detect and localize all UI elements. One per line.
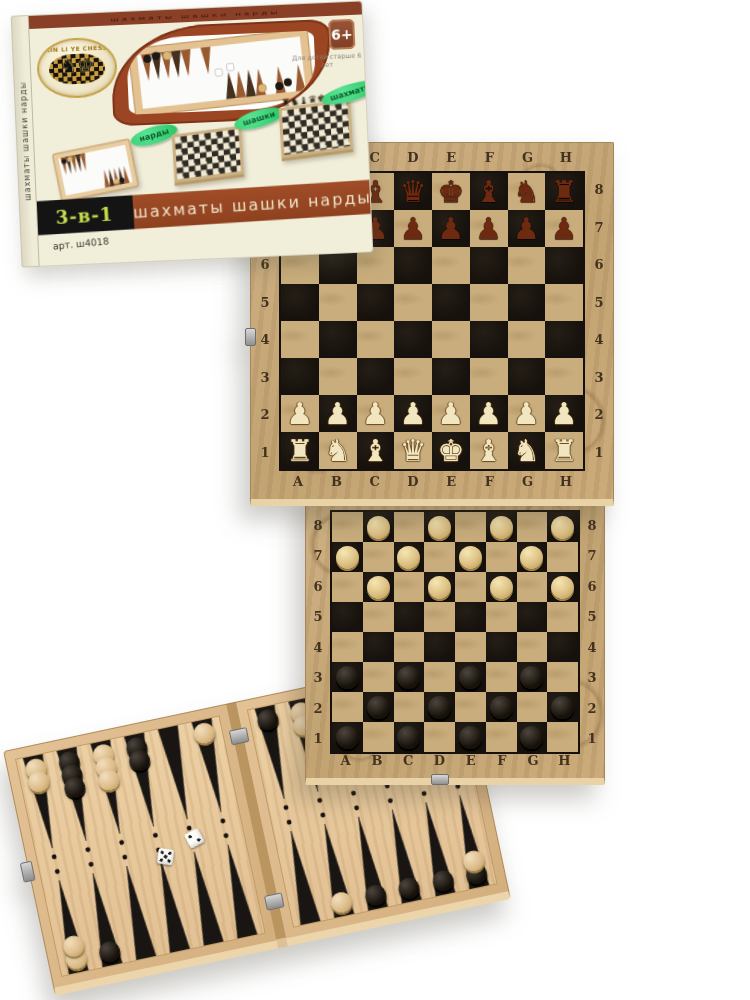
checker-light (367, 576, 390, 599)
chess-square-f8: ♝ (470, 173, 508, 210)
checkers-square-d6 (424, 572, 455, 602)
chess-square-g3 (508, 358, 546, 395)
checker-dark (428, 696, 451, 719)
checkers-square-b2 (363, 692, 394, 722)
checker-dark (459, 726, 482, 749)
chess-square-e1: ♚ (432, 432, 470, 469)
rank-label: 2 (255, 396, 275, 434)
chess-square-f7: ♟ (470, 210, 508, 247)
rank-label: 3 (255, 359, 275, 397)
rank-label: 7 (309, 541, 327, 572)
chess-piece-white-pawn: ♟ (362, 399, 389, 429)
checkers-square-h2 (547, 692, 578, 722)
chess-square-h3 (545, 358, 583, 395)
chess-piece-white-knight: ♞ (513, 436, 540, 466)
checker-dark (490, 696, 513, 719)
checkers-square-h8 (547, 512, 578, 542)
product-photo-3in1-game-set: { "game": "3-in-1 wooden game set produc… (0, 0, 750, 1000)
chess-piece-white-pawn: ♟ (400, 399, 427, 429)
age-caption: Для детей старше 6 лет (291, 52, 364, 71)
chess-piece-white-pawn: ♟ (437, 399, 464, 429)
chess-square-e8: ♚ (432, 173, 470, 210)
checkers-square-a6 (332, 572, 363, 602)
file-label: D (394, 474, 432, 489)
box-spine-text: шахматы шашки нарды (18, 81, 32, 201)
metal-clasp (431, 774, 449, 785)
rank-label: 2 (589, 396, 609, 434)
chess-square-e2: ♟ (432, 395, 470, 432)
checkers-square-a4 (332, 632, 363, 662)
chess-square-d2: ♟ (394, 395, 432, 432)
checkers-square-b5 (363, 602, 394, 632)
chess-piece-white-pawn: ♟ (475, 399, 502, 429)
checkers-square-e7 (455, 542, 486, 572)
checkers-square-e4 (455, 632, 486, 662)
rank-label: 5 (309, 602, 327, 633)
chess-piece-black-pawn: ♟ (475, 214, 502, 244)
checkers-square-c3 (394, 662, 425, 692)
checkers-square-e2 (455, 692, 486, 722)
chess-square-c3 (357, 358, 395, 395)
checkers-square-f5 (486, 602, 517, 632)
rank-label: 3 (309, 663, 327, 694)
chess-piece-black-rook: ♜ (551, 177, 578, 207)
checkers-square-a2 (332, 692, 363, 722)
rank-label: 6 (309, 571, 327, 602)
file-label: F (470, 150, 508, 165)
chess-square-h8: ♜ (545, 173, 583, 210)
checker-light (397, 546, 420, 569)
file-label: A (279, 474, 317, 489)
file-label: C (393, 753, 424, 768)
chess-piece-black-pawn: ♟ (551, 214, 578, 244)
file-label: F (470, 474, 508, 489)
checkers-square-e3 (455, 662, 486, 692)
checker-dark (551, 696, 574, 719)
chess-square-c4 (357, 321, 395, 358)
checkers-square-c8 (394, 512, 425, 542)
file-label: C (356, 474, 394, 489)
checkers-square-a8 (332, 512, 363, 542)
checkers-square-c1 (394, 722, 425, 752)
checkers-square-f8 (486, 512, 517, 542)
checkers-square-d1 (424, 722, 455, 752)
checkers-square-e5 (455, 602, 486, 632)
chess-piece-black-bishop: ♝ (475, 177, 502, 207)
chess-piece-white-knight: ♞ (324, 436, 351, 466)
rank-label: 7 (583, 541, 601, 572)
checkers-square-h4 (547, 632, 578, 662)
rank-label: 1 (589, 434, 609, 472)
checkers-ranks-left: 87654321 (309, 510, 327, 754)
checkers-square-h5 (547, 602, 578, 632)
checker-dark (520, 726, 543, 749)
chess-square-f5 (470, 284, 508, 321)
metal-clasp (245, 328, 256, 346)
backgammon-left-field (15, 715, 266, 977)
checkers-square-c5 (394, 602, 425, 632)
checkers-square-g7 (517, 542, 548, 572)
checkers-board: ABCDEFGH ABCDEFGH 87654321 87654321 (305, 485, 605, 785)
checkers-square-b8 (363, 512, 394, 542)
chess-square-f6 (470, 247, 508, 284)
chess-square-h6 (545, 247, 583, 284)
chess-piece-white-bishop: ♝ (475, 436, 502, 466)
checkers-square-d2 (424, 692, 455, 722)
chess-square-b5 (319, 284, 357, 321)
file-label: G (509, 150, 547, 165)
checkers-square-f1 (486, 722, 517, 752)
brand-logo-text: XIN LI YE CHESS (38, 43, 114, 53)
checkers-square-h7 (547, 542, 578, 572)
file-label: G (518, 753, 549, 768)
file-label: F (486, 753, 517, 768)
chess-piece-white-bishop: ♝ (362, 436, 389, 466)
chess-square-b2: ♟ (319, 395, 357, 432)
rank-label: 7 (589, 209, 609, 247)
rank-label: 4 (309, 632, 327, 663)
chess-square-f1: ♝ (470, 432, 508, 469)
chess-square-a1: ♜ (281, 432, 319, 469)
age-badge: 6+ (328, 19, 355, 50)
box-top-edge-text: шахматы шашки нарды (110, 8, 280, 22)
rank-label: 2 (309, 693, 327, 724)
rank-label: 5 (589, 284, 609, 322)
box-title-banner: шахматы шашки нарды (132, 180, 373, 229)
rank-label: 6 (589, 246, 609, 284)
file-label: E (432, 474, 470, 489)
checker-light (490, 576, 513, 599)
chess-square-b3 (319, 358, 357, 395)
checker-light (520, 546, 543, 569)
checker-dark (459, 666, 482, 689)
chess-square-b4 (319, 321, 357, 358)
rank-label: 3 (583, 663, 601, 694)
chess-square-a5 (281, 284, 319, 321)
chess-square-d8: ♛ (394, 173, 432, 210)
chess-square-h5 (545, 284, 583, 321)
chess-square-d7: ♟ (394, 210, 432, 247)
file-label: D (424, 753, 455, 768)
chess-square-d5 (394, 284, 432, 321)
chess-piece-black-king: ♚ (437, 177, 464, 207)
chess-square-f3 (470, 358, 508, 395)
chess-square-g1: ♞ (508, 432, 546, 469)
checkers-square-c7 (394, 542, 425, 572)
checkers-square-b7 (363, 542, 394, 572)
file-label: A (330, 753, 361, 768)
checker-light (459, 546, 482, 569)
checkers-square-g2 (517, 692, 548, 722)
checkers-square-g6 (517, 572, 548, 602)
rank-label: 8 (589, 171, 609, 209)
checkers-square-g1 (517, 722, 548, 752)
rank-label: 3 (589, 359, 609, 397)
checkers-square-c4 (394, 632, 425, 662)
checkers-square-g8 (517, 512, 548, 542)
chess-piece-black-pawn: ♟ (437, 214, 464, 244)
checker-light (428, 516, 451, 539)
rank-label: 8 (309, 510, 327, 541)
checkers-square-f3 (486, 662, 517, 692)
rank-label: 5 (583, 602, 601, 633)
file-label: B (317, 474, 355, 489)
chess-square-e3 (432, 358, 470, 395)
chess-piece-white-king: ♚ (437, 436, 464, 466)
checkers-square-h3 (547, 662, 578, 692)
checkers-square-b3 (363, 662, 394, 692)
chess-square-e4 (432, 321, 470, 358)
chess-piece-white-rook: ♜ (551, 436, 578, 466)
mini-shahmaty-photo: ♜♞♝♛♚♝♞♜ (279, 99, 353, 159)
chess-square-e7: ♟ (432, 210, 470, 247)
chess-piece-white-pawn: ♟ (551, 399, 578, 429)
checkers-square-a1 (332, 722, 363, 752)
checker-dark (336, 726, 359, 749)
checker-dark (397, 726, 420, 749)
rank-label: 4 (589, 321, 609, 359)
rank-label: 8 (583, 510, 601, 541)
file-label: H (549, 753, 580, 768)
chess-square-c5 (357, 284, 395, 321)
file-label: D (394, 150, 432, 165)
checkers-square-b4 (363, 632, 394, 662)
checkers-square-a7 (332, 542, 363, 572)
rank-label: 1 (255, 434, 275, 472)
file-label: G (509, 474, 547, 489)
chess-square-a3 (281, 358, 319, 395)
rank-label: 4 (583, 632, 601, 663)
checker-light (490, 516, 513, 539)
checkers-square-b6 (363, 572, 394, 602)
chess-square-c2: ♟ (357, 395, 395, 432)
chess-square-g4 (508, 321, 546, 358)
chess-square-h7: ♟ (545, 210, 583, 247)
checker-light (428, 576, 451, 599)
chess-square-h4 (545, 321, 583, 358)
checkers-square-d5 (424, 602, 455, 632)
chess-square-d6 (394, 247, 432, 284)
checker-light (551, 516, 574, 539)
checkers-square-f6 (486, 572, 517, 602)
checkers-ranks-right: 87654321 (583, 510, 601, 754)
checkers-square-e6 (455, 572, 486, 602)
chess-piece-black-queen: ♛ (400, 177, 427, 207)
chess-square-f4 (470, 321, 508, 358)
checker-dark (397, 666, 420, 689)
rank-label: 6 (583, 571, 601, 602)
rank-label: 4 (255, 321, 275, 359)
checker-light (336, 546, 359, 569)
chess-piece-white-rook: ♜ (286, 436, 313, 466)
checkers-square-f7 (486, 542, 517, 572)
rank-label: 1 (583, 724, 601, 755)
chess-pieces-icon: ♞♚ (48, 53, 105, 85)
checkers-square-a5 (332, 602, 363, 632)
chess-piece-white-pawn: ♟ (513, 399, 540, 429)
checker-light (551, 576, 574, 599)
checkers-square-e8 (455, 512, 486, 542)
checker-dark (367, 696, 390, 719)
checkers-square-f4 (486, 632, 517, 662)
checkers-square-f2 (486, 692, 517, 722)
chess-piece-white-pawn: ♟ (324, 399, 351, 429)
mini-backgammon-image (51, 136, 140, 205)
chess-square-h2: ♟ (545, 395, 583, 432)
chess-square-g5 (508, 284, 546, 321)
chess-square-f2: ♟ (470, 395, 508, 432)
chess-ranks-right: 87654321 (589, 171, 609, 471)
checkers-square-c2 (394, 692, 425, 722)
mini-shashki-photo (172, 126, 244, 183)
file-label: B (361, 753, 392, 768)
chess-square-e5 (432, 284, 470, 321)
chess-square-d3 (394, 358, 432, 395)
file-label: H (547, 474, 585, 489)
file-label: E (432, 150, 470, 165)
chess-square-d1: ♛ (394, 432, 432, 469)
chess-square-g7: ♟ (508, 210, 546, 247)
checker-dark (336, 666, 359, 689)
chess-square-g2: ♟ (508, 395, 546, 432)
checkers-play-area (330, 510, 580, 754)
product-box: шахматы шашки нарды шахматы шашки нарды … (11, 0, 374, 267)
rank-label: 1 (309, 724, 327, 755)
checkers-square-d8 (424, 512, 455, 542)
article-number: арт. ш4018 (52, 235, 109, 251)
chess-piece-white-pawn: ♟ (286, 399, 313, 429)
file-label: E (455, 753, 486, 768)
chess-square-a4 (281, 321, 319, 358)
die-showing-5 (157, 848, 175, 866)
checkers-square-c6 (394, 572, 425, 602)
chess-square-h1: ♜ (545, 432, 583, 469)
checkers-square-b1 (363, 722, 394, 752)
chess-piece-white-queen: ♛ (400, 436, 427, 466)
chess-square-d4 (394, 321, 432, 358)
file-label: H (547, 150, 585, 165)
chess-square-e6 (432, 247, 470, 284)
checker-dark (520, 666, 543, 689)
checkers-square-d3 (424, 662, 455, 692)
badge-3-in-1: 3-в-1 (34, 195, 134, 235)
chess-square-g6 (508, 247, 546, 284)
chess-square-c1: ♝ (357, 432, 395, 469)
brand-logo: XIN LI YE CHESS ♞♚ (36, 36, 119, 99)
checkers-square-d7 (424, 542, 455, 572)
checkers-square-h1 (547, 722, 578, 752)
checker-light (367, 516, 390, 539)
chess-square-g8: ♞ (508, 173, 546, 210)
chess-piece-black-knight: ♞ (513, 177, 540, 207)
checkers-square-g4 (517, 632, 548, 662)
checkers-square-g5 (517, 602, 548, 632)
chess-square-b1: ♞ (319, 432, 357, 469)
mini-nardy-photo (51, 136, 140, 205)
chess-square-a2: ♟ (281, 395, 319, 432)
checkers-square-d4 (424, 632, 455, 662)
rank-label: 2 (583, 693, 601, 724)
checkers-square-e1 (455, 722, 486, 752)
checkers-square-g3 (517, 662, 548, 692)
checkers-square-h6 (547, 572, 578, 602)
chess-files-bottom: ABCDEFGH (279, 471, 585, 491)
chess-piece-black-pawn: ♟ (513, 214, 540, 244)
checkers-square-a3 (332, 662, 363, 692)
box-front: шахматы шашки нарды XIN LI YE CHESS ♞♚ (28, 0, 374, 266)
chess-piece-black-pawn: ♟ (400, 214, 427, 244)
rank-label: 5 (255, 284, 275, 322)
